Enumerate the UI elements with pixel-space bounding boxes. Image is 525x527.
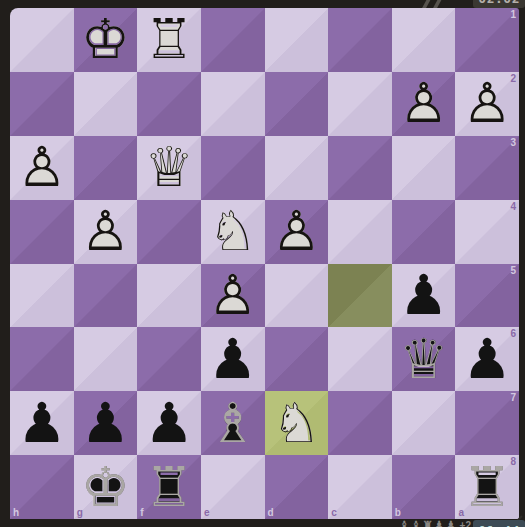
captured-pawn-icon: ♟ [433, 518, 444, 527]
square-g4[interactable]: ♟♙ [74, 200, 138, 264]
square-b5[interactable]: ♟ [392, 264, 456, 328]
chess-board[interactable]: ♚♔♜♖1♟♙2♟♙♟♙♛♕3♟♙♞♘♟♙4♟♙♟5♟♛♕6♟♟♟♟♝♗♞♘7h… [10, 8, 519, 519]
square-c4[interactable] [328, 200, 392, 264]
square-b8[interactable]: b [392, 455, 456, 519]
file-label-h: h [13, 507, 19, 518]
square-b6[interactable]: ♛♕ [392, 327, 456, 391]
square-c3[interactable] [328, 136, 392, 200]
piece-black-pawn[interactable]: ♟ [201, 327, 265, 391]
square-g6[interactable] [74, 327, 138, 391]
square-b1[interactable] [392, 8, 456, 72]
piece-black-pawn[interactable]: ♟ [392, 264, 456, 328]
piece-black-bishop[interactable]: ♝♗ [201, 391, 265, 455]
piece-black-pawn[interactable]: ♟ [10, 391, 74, 455]
square-d6[interactable] [265, 327, 329, 391]
square-e3[interactable] [201, 136, 265, 200]
piece-white-knight[interactable]: ♞♘ [265, 391, 329, 455]
piece-black-rook[interactable]: ♜♖ [137, 455, 201, 519]
square-d3[interactable] [265, 136, 329, 200]
square-f7[interactable]: ♟ [137, 391, 201, 455]
material-advantage: +2 [460, 518, 471, 527]
square-f8[interactable]: f♜♖ [137, 455, 201, 519]
square-f5[interactable] [137, 264, 201, 328]
square-a6[interactable]: 6♟ [455, 327, 519, 391]
square-a7[interactable]: 7 [455, 391, 519, 455]
square-b4[interactable] [392, 200, 456, 264]
square-g8[interactable]: g♚♔ [74, 455, 138, 519]
file-label-c: c [331, 507, 337, 518]
square-a3[interactable]: 3 [455, 136, 519, 200]
square-h2[interactable] [10, 72, 74, 136]
captured-bishop-icon: ♝ [410, 518, 421, 527]
piece-white-knight[interactable]: ♞♘ [201, 200, 265, 264]
square-e2[interactable] [201, 72, 265, 136]
rank-label-1: 1 [510, 9, 516, 20]
rank-label-7: 7 [510, 392, 516, 403]
square-h3[interactable]: ♟♙ [10, 136, 74, 200]
piece-white-king[interactable]: ♚♔ [74, 8, 138, 72]
square-h4[interactable] [10, 200, 74, 264]
square-a4[interactable]: 4 [455, 200, 519, 264]
square-b3[interactable] [392, 136, 456, 200]
square-f6[interactable] [137, 327, 201, 391]
piece-white-rook[interactable]: ♜♖ [137, 8, 201, 72]
square-f3[interactable]: ♛♕ [137, 136, 201, 200]
file-label-b: b [395, 507, 401, 518]
piece-black-queen[interactable]: ♛♕ [392, 327, 456, 391]
square-g5[interactable] [74, 264, 138, 328]
square-g2[interactable] [74, 72, 138, 136]
rank-label-5: 5 [510, 265, 516, 276]
square-d5[interactable] [265, 264, 329, 328]
square-c2[interactable] [328, 72, 392, 136]
square-d8[interactable]: d [265, 455, 329, 519]
piece-white-pawn[interactable]: ♟♙ [74, 200, 138, 264]
square-g1[interactable]: ♚♔ [74, 8, 138, 72]
square-e8[interactable]: e [201, 455, 265, 519]
square-c6[interactable] [328, 327, 392, 391]
square-a8[interactable]: 8a♜♖ [455, 455, 519, 519]
square-c7[interactable] [328, 391, 392, 455]
square-b2[interactable]: ♟♙ [392, 72, 456, 136]
piece-black-pawn[interactable]: ♟ [137, 391, 201, 455]
rank-label-3: 3 [510, 137, 516, 148]
square-d2[interactable] [265, 72, 329, 136]
square-h5[interactable] [10, 264, 74, 328]
piece-white-pawn[interactable]: ♟♙ [10, 136, 74, 200]
captured-rook-icon: ♜ [422, 518, 433, 527]
square-h7[interactable]: ♟ [10, 391, 74, 455]
square-e4[interactable]: ♞♘ [201, 200, 265, 264]
clock-bottom: 01:44 [473, 520, 525, 527]
square-a5[interactable]: 5 [455, 264, 519, 328]
square-e1[interactable] [201, 8, 265, 72]
piece-black-pawn[interactable]: ♟ [74, 391, 138, 455]
square-e7[interactable]: ♝♗ [201, 391, 265, 455]
square-c8[interactable]: c [328, 455, 392, 519]
piece-black-pawn[interactable]: ♟ [455, 327, 519, 391]
square-d4[interactable]: ♟♙ [265, 200, 329, 264]
piece-white-queen[interactable]: ♛♕ [137, 136, 201, 200]
square-g3[interactable] [74, 136, 138, 200]
square-d7[interactable]: ♞♘ [265, 391, 329, 455]
square-e5[interactable]: ♟♙ [201, 264, 265, 328]
square-c5[interactable] [328, 264, 392, 328]
piece-white-pawn[interactable]: ♟♙ [455, 72, 519, 136]
piece-black-rook[interactable]: ♜♖ [455, 455, 519, 519]
piece-white-pawn[interactable]: ♟♙ [265, 200, 329, 264]
piece-black-king[interactable]: ♚♔ [74, 455, 138, 519]
square-h1[interactable] [10, 8, 74, 72]
square-e6[interactable]: ♟ [201, 327, 265, 391]
piece-white-pawn[interactable]: ♟♙ [201, 264, 265, 328]
piece-white-pawn[interactable]: ♟♙ [392, 72, 456, 136]
square-f4[interactable] [137, 200, 201, 264]
captured-bishop-icon: ♝ [398, 518, 409, 527]
game-screen: { "game": "chess", "position": { "fen": … [0, 0, 525, 527]
clock-top: 02:02 [473, 0, 525, 8]
square-b7[interactable] [392, 391, 456, 455]
rank-label-4: 4 [510, 201, 516, 212]
file-label-d: d [268, 507, 274, 518]
file-label-e: e [204, 507, 210, 518]
square-f1[interactable]: ♜♖ [137, 8, 201, 72]
square-h6[interactable] [10, 327, 74, 391]
square-f2[interactable] [137, 72, 201, 136]
square-c1[interactable] [328, 8, 392, 72]
square-a2[interactable]: 2♟♙ [455, 72, 519, 136]
square-g7[interactable]: ♟ [74, 391, 138, 455]
material-row: ♝♝♜♟♟+2 [398, 518, 471, 527]
square-h8[interactable]: h [10, 455, 74, 519]
square-a1[interactable]: 1 [455, 8, 519, 72]
captured-pawn-icon: ♟ [445, 518, 456, 527]
square-d1[interactable] [265, 8, 329, 72]
